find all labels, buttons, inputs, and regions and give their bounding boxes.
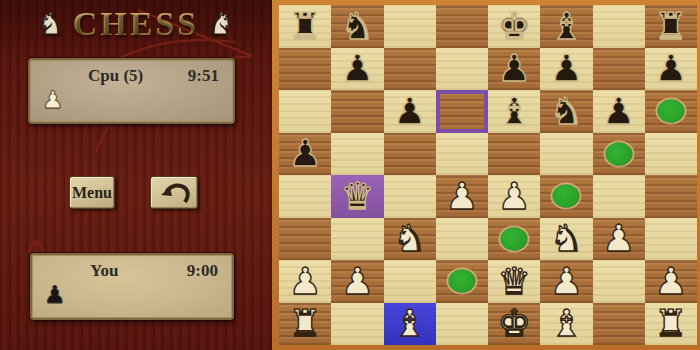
square-c1[interactable]: ♝ <box>384 303 436 346</box>
legal-move-dot-f4[interactable] <box>553 185 580 208</box>
square-e5[interactable] <box>488 133 540 176</box>
undo-arrow-icon <box>157 181 191 205</box>
black-pawn[interactable]: ♟ <box>498 50 531 87</box>
sidebar: ♞ CHESS ♞ Cpu (5) 9:51 ♟ Menu You <box>0 0 272 350</box>
square-e8[interactable]: ♚ <box>488 5 540 48</box>
white-rook[interactable]: ♜ <box>289 305 322 342</box>
black-pawn[interactable]: ♟ <box>602 93 635 130</box>
white-queen[interactable]: ♛ <box>498 263 531 300</box>
square-d6[interactable] <box>436 90 488 133</box>
white-pawn[interactable]: ♟ <box>341 263 374 300</box>
black-pawn[interactable]: ♟ <box>393 93 426 130</box>
you-player-name: You <box>90 261 118 281</box>
white-pawn[interactable]: ♟ <box>602 220 635 257</box>
white-pawn[interactable]: ♟ <box>445 178 478 215</box>
knight-icon: ♞ <box>38 9 65 39</box>
square-d1[interactable] <box>436 303 488 346</box>
legal-move-dot-d2[interactable] <box>448 270 475 293</box>
chess-app: ♞ CHESS ♞ Cpu (5) 9:51 ♟ Menu You <box>0 0 700 350</box>
square-e6[interactable]: ♝ <box>488 90 540 133</box>
square-g1[interactable] <box>593 303 645 346</box>
menu-button[interactable]: Menu <box>69 176 115 209</box>
cpu-clock: 9:51 <box>188 66 219 86</box>
square-e7[interactable]: ♟ <box>488 48 540 91</box>
square-a8[interactable]: ♜ <box>279 5 331 48</box>
square-b1[interactable] <box>331 303 383 346</box>
white-king[interactable]: ♚ <box>498 305 531 342</box>
square-g7[interactable] <box>593 48 645 91</box>
square-e2[interactable]: ♛ <box>488 260 540 303</box>
app-title: CHESS <box>73 5 200 43</box>
square-g8[interactable] <box>593 5 645 48</box>
square-d4[interactable]: ♟ <box>436 175 488 218</box>
legal-move-dot-e3[interactable] <box>501 227 528 250</box>
square-f8[interactable]: ♝ <box>540 5 592 48</box>
white-knight[interactable]: ♞ <box>393 220 426 257</box>
cpu-player-name: Cpu (5) <box>88 66 143 86</box>
black-pawn[interactable]: ♟ <box>654 50 687 87</box>
square-g5[interactable] <box>593 133 645 176</box>
square-e3[interactable] <box>488 218 540 261</box>
square-c8[interactable] <box>384 5 436 48</box>
black-rook[interactable]: ♜ <box>289 8 322 45</box>
knight-icon-mirrored: ♞ <box>207 9 234 39</box>
square-f6[interactable]: ♞ <box>540 90 592 133</box>
square-h5[interactable] <box>645 133 697 176</box>
black-king[interactable]: ♚ <box>498 8 531 45</box>
white-knight[interactable]: ♞ <box>550 220 583 257</box>
black-pawn[interactable]: ♟ <box>550 50 583 87</box>
square-c7[interactable] <box>384 48 436 91</box>
board-inner-border: ♜♞♚♝♜♟♟♟♟♟♝♞♟♟♛♟♟♞♞♟♟♟♛♟♟♜♝♚♝♜ <box>279 5 697 345</box>
you-clock: 9:00 <box>187 261 218 281</box>
square-a1[interactable]: ♜ <box>279 303 331 346</box>
black-knight[interactable]: ♞ <box>341 8 374 45</box>
white-bishop[interactable]: ♝ <box>393 305 426 342</box>
square-a4[interactable] <box>279 175 331 218</box>
you-player-panel: You 9:00 ♟ <box>30 253 234 320</box>
chess-board: ♜♞♚♝♜♟♟♟♟♟♝♞♟♟♛♟♟♞♞♟♟♟♛♟♟♜♝♚♝♜ <box>279 5 697 345</box>
black-pawn[interactable]: ♟ <box>341 50 374 87</box>
square-d8[interactable] <box>436 5 488 48</box>
square-d5[interactable] <box>436 133 488 176</box>
square-b2[interactable]: ♟ <box>331 260 383 303</box>
square-h7[interactable]: ♟ <box>645 48 697 91</box>
square-h2[interactable]: ♟ <box>645 260 697 303</box>
undo-button[interactable] <box>150 176 198 209</box>
square-f2[interactable]: ♟ <box>540 260 592 303</box>
square-d7[interactable] <box>436 48 488 91</box>
square-f5[interactable] <box>540 133 592 176</box>
square-a2[interactable]: ♟ <box>279 260 331 303</box>
white-pawn[interactable]: ♟ <box>289 263 322 300</box>
white-pawn[interactable]: ♟ <box>498 178 531 215</box>
black-bishop[interactable]: ♝ <box>498 93 531 130</box>
square-b7[interactable]: ♟ <box>331 48 383 91</box>
square-c3[interactable]: ♞ <box>384 218 436 261</box>
white-pawn[interactable]: ♟ <box>550 263 583 300</box>
square-f1[interactable]: ♝ <box>540 303 592 346</box>
square-e1[interactable]: ♚ <box>488 303 540 346</box>
square-h6[interactable] <box>645 90 697 133</box>
board-frame: ♜♞♚♝♜♟♟♟♟♟♝♞♟♟♛♟♟♞♞♟♟♟♛♟♟♜♝♚♝♜ <box>272 0 700 350</box>
white-pawn-icon: ♟ <box>42 88 64 112</box>
square-a5[interactable]: ♟ <box>279 133 331 176</box>
title-bar: ♞ CHESS ♞ <box>0 2 272 46</box>
menu-button-label: Menu <box>72 184 112 202</box>
square-h4[interactable] <box>645 175 697 218</box>
square-f4[interactable] <box>540 175 592 218</box>
white-rook[interactable]: ♜ <box>654 305 687 342</box>
square-e4[interactable]: ♟ <box>488 175 540 218</box>
square-b8[interactable]: ♞ <box>331 5 383 48</box>
square-g6[interactable]: ♟ <box>593 90 645 133</box>
square-g2[interactable] <box>593 260 645 303</box>
white-pawn[interactable]: ♟ <box>654 263 687 300</box>
square-d2[interactable] <box>436 260 488 303</box>
square-a3[interactable] <box>279 218 331 261</box>
square-c6[interactable]: ♟ <box>384 90 436 133</box>
square-b6[interactable] <box>331 90 383 133</box>
black-queen[interactable]: ♛ <box>341 178 374 215</box>
square-b5[interactable] <box>331 133 383 176</box>
square-c2[interactable] <box>384 260 436 303</box>
square-a7[interactable] <box>279 48 331 91</box>
square-f3[interactable]: ♞ <box>540 218 592 261</box>
legal-move-dot-g5[interactable] <box>605 142 632 165</box>
black-bishop[interactable]: ♝ <box>550 8 583 45</box>
black-knight[interactable]: ♞ <box>550 93 583 130</box>
black-rook[interactable]: ♜ <box>654 8 687 45</box>
legal-move-dot-h6[interactable] <box>657 100 684 123</box>
square-d3[interactable] <box>436 218 488 261</box>
square-g4[interactable] <box>593 175 645 218</box>
square-a6[interactable] <box>279 90 331 133</box>
black-pawn-icon: ♟ <box>44 283 66 307</box>
square-h1[interactable]: ♜ <box>645 303 697 346</box>
square-f7[interactable]: ♟ <box>540 48 592 91</box>
square-b4[interactable]: ♛ <box>331 175 383 218</box>
square-b3[interactable] <box>331 218 383 261</box>
square-c5[interactable] <box>384 133 436 176</box>
square-g3[interactable]: ♟ <box>593 218 645 261</box>
square-h8[interactable]: ♜ <box>645 5 697 48</box>
black-pawn[interactable]: ♟ <box>289 135 322 172</box>
square-h3[interactable] <box>645 218 697 261</box>
square-c4[interactable] <box>384 175 436 218</box>
cpu-player-panel: Cpu (5) 9:51 ♟ <box>28 58 235 124</box>
white-bishop[interactable]: ♝ <box>550 305 583 342</box>
